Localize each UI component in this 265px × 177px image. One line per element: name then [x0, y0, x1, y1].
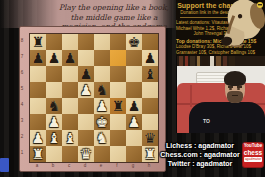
square-e5[interactable]: ♞	[94, 82, 110, 98]
square-d5[interactable]: ♟	[78, 82, 94, 98]
streamer-face	[225, 73, 245, 103]
piece-h1-white-rook: ♜	[142, 146, 158, 162]
social-line-1: Chess.com : agadmator	[160, 150, 240, 159]
rank-label-4: 4	[16, 102, 28, 108]
square-a2[interactable]: ♟	[30, 130, 46, 146]
square-a7[interactable]: ♟	[30, 50, 46, 66]
file-label-b: b	[45, 163, 61, 169]
piece-d5-white-pawn: ♟	[78, 82, 94, 98]
square-g2[interactable]	[126, 130, 142, 146]
piece-g8-black-king: ♚	[126, 34, 142, 50]
square-e3[interactable]: ♚	[94, 114, 110, 130]
mouth	[232, 95, 238, 96]
square-d7[interactable]	[78, 50, 94, 66]
piece-b7-black-pawn: ♟	[46, 50, 62, 66]
square-h4[interactable]	[142, 98, 158, 114]
square-e6[interactable]	[94, 66, 110, 82]
square-h7[interactable]: ♟	[142, 50, 158, 66]
square-d1[interactable]: ♛	[78, 146, 94, 162]
square-f1[interactable]	[110, 146, 126, 162]
piece-b2-white-bishop: ♝	[46, 130, 62, 146]
square-g6[interactable]	[126, 66, 142, 82]
piece-a7-black-pawn: ♟	[30, 50, 46, 66]
stream-frame: Play the opening like a book, the middle…	[0, 0, 265, 177]
rank-label-7: 7	[16, 54, 28, 60]
bookshelf	[177, 56, 265, 66]
square-e4[interactable]: ♟	[94, 98, 110, 114]
piece-d1-white-queen: ♛	[78, 146, 94, 162]
file-label-f: f	[109, 163, 125, 169]
youtube-handle: agadmator	[244, 157, 262, 162]
eye-left	[229, 88, 232, 90]
square-e1[interactable]	[94, 146, 110, 162]
quote-strip: Play the opening like a book, the middle…	[0, 0, 176, 28]
square-b1[interactable]	[46, 146, 62, 162]
piece-e3-white-king: ♚	[94, 114, 110, 130]
square-d8[interactable]	[78, 34, 94, 50]
piece-g3-white-pawn: ♟	[126, 114, 142, 130]
square-a3[interactable]	[30, 114, 46, 130]
square-a8[interactable]: ♜	[30, 34, 46, 50]
piece-h7-black-pawn: ♟	[142, 50, 158, 66]
square-b2[interactable]: ♝	[46, 130, 62, 146]
square-g1[interactable]	[126, 146, 142, 162]
file-label-h: h	[141, 163, 157, 169]
piece-b4-black-knight: ♞	[46, 98, 62, 114]
square-a4[interactable]	[30, 98, 46, 114]
file-label-d: d	[77, 163, 93, 169]
social-line-2: Twitter : agadmator	[160, 159, 240, 168]
square-f7[interactable]	[110, 50, 126, 66]
piece-e4-white-pawn: ♟	[94, 98, 110, 114]
square-f5[interactable]	[110, 82, 126, 98]
square-b8[interactable]	[46, 34, 62, 50]
shirt-print: TO	[203, 118, 210, 124]
file-label-e: e	[93, 163, 109, 169]
square-h8[interactable]	[142, 34, 158, 50]
square-g5[interactable]	[126, 82, 142, 98]
file-label-g: g	[125, 163, 141, 169]
square-h6[interactable]: ♝	[142, 66, 158, 82]
square-e2[interactable]: ♞	[94, 130, 110, 146]
square-c5[interactable]	[62, 82, 78, 98]
square-a6[interactable]	[30, 66, 46, 82]
square-g4[interactable]: ♟	[126, 98, 142, 114]
square-f6[interactable]	[110, 66, 126, 82]
rank-label-2: 2	[16, 134, 28, 140]
social-line-0: Lichess : agadmator	[160, 141, 240, 150]
square-f4[interactable]: ♜	[110, 98, 126, 114]
piece-a2-white-pawn: ♟	[30, 130, 46, 146]
square-b5[interactable]	[46, 82, 62, 98]
piece-c2-white-bishop: ♝	[62, 130, 78, 146]
hair	[224, 71, 246, 86]
square-a1[interactable]: ♜	[30, 146, 46, 162]
square-f8[interactable]	[110, 34, 126, 50]
square-b3[interactable]: ♟	[46, 114, 62, 130]
blue-corner-badge	[0, 158, 9, 172]
square-d4[interactable]	[78, 98, 94, 114]
square-g8[interactable]: ♚	[126, 34, 142, 50]
rank-label-5: 5	[16, 86, 28, 92]
piece-f4-black-rook: ♜	[110, 98, 126, 114]
dog-photo	[212, 0, 265, 54]
square-h3[interactable]	[142, 114, 158, 130]
piece-e5-black-knight: ♞	[94, 82, 110, 98]
board: ♜♚♟♟♟♟♟♝♟♞♞♟♜♟♟♚♟♟♝♝♞♛♜♛♜	[29, 33, 159, 163]
square-h1[interactable]: ♜	[142, 146, 158, 162]
streamer-torso: TO	[189, 102, 265, 133]
youtube-channel: chess	[243, 149, 263, 156]
square-b6[interactable]	[46, 66, 62, 82]
square-e8[interactable]	[94, 34, 110, 50]
square-e7[interactable]	[94, 50, 110, 66]
piece-c7-black-pawn: ♟	[62, 50, 78, 66]
square-h5[interactable]	[142, 82, 158, 98]
square-c1[interactable]	[62, 146, 78, 162]
square-c2[interactable]: ♝	[62, 130, 78, 146]
square-c4[interactable]	[62, 98, 78, 114]
piece-a8-black-rook: ♜	[30, 34, 46, 50]
square-d6[interactable]: ♟	[78, 66, 94, 82]
square-d2[interactable]	[78, 130, 94, 146]
square-d3[interactable]	[78, 114, 94, 130]
rank-label-6: 6	[16, 70, 28, 76]
rank-label-8: 8	[16, 38, 28, 44]
youtube-badge[interactable]: YouTube chess agadmator	[242, 142, 264, 168]
piece-a1-white-rook: ♜	[30, 146, 46, 162]
webcam: TO	[176, 56, 265, 133]
square-a5[interactable]	[30, 82, 46, 98]
piece-h2-black-queen: ♛	[142, 130, 158, 146]
rank-label-3: 3	[16, 118, 28, 124]
beard	[227, 91, 243, 103]
piece-g4-black-pawn: ♟	[126, 98, 142, 114]
piece-e2-white-knight: ♞	[94, 130, 110, 146]
square-c7[interactable]: ♟	[62, 50, 78, 66]
square-f2[interactable]	[110, 130, 126, 146]
square-b7[interactable]: ♟	[46, 50, 62, 66]
square-b4[interactable]: ♞	[46, 98, 62, 114]
file-label-c: c	[61, 163, 77, 169]
eye-right	[237, 88, 240, 90]
piece-d6-black-pawn: ♟	[78, 66, 94, 82]
square-g7[interactable]	[126, 50, 142, 66]
square-h2[interactable]: ♛	[142, 130, 158, 146]
square-g3[interactable]: ♟	[126, 114, 142, 130]
square-f3[interactable]	[110, 114, 126, 130]
file-label-a: a	[29, 163, 45, 169]
piece-h6-black-bishop: ♝	[142, 66, 158, 82]
piece-b3-white-pawn: ♟	[46, 114, 62, 130]
square-c6[interactable]	[62, 66, 78, 82]
rank-label-1: 1	[16, 150, 28, 156]
social-handles: Lichess : agadmatorChess.com : agadmator…	[160, 141, 240, 168]
square-c8[interactable]	[62, 34, 78, 50]
square-c3[interactable]	[62, 114, 78, 130]
